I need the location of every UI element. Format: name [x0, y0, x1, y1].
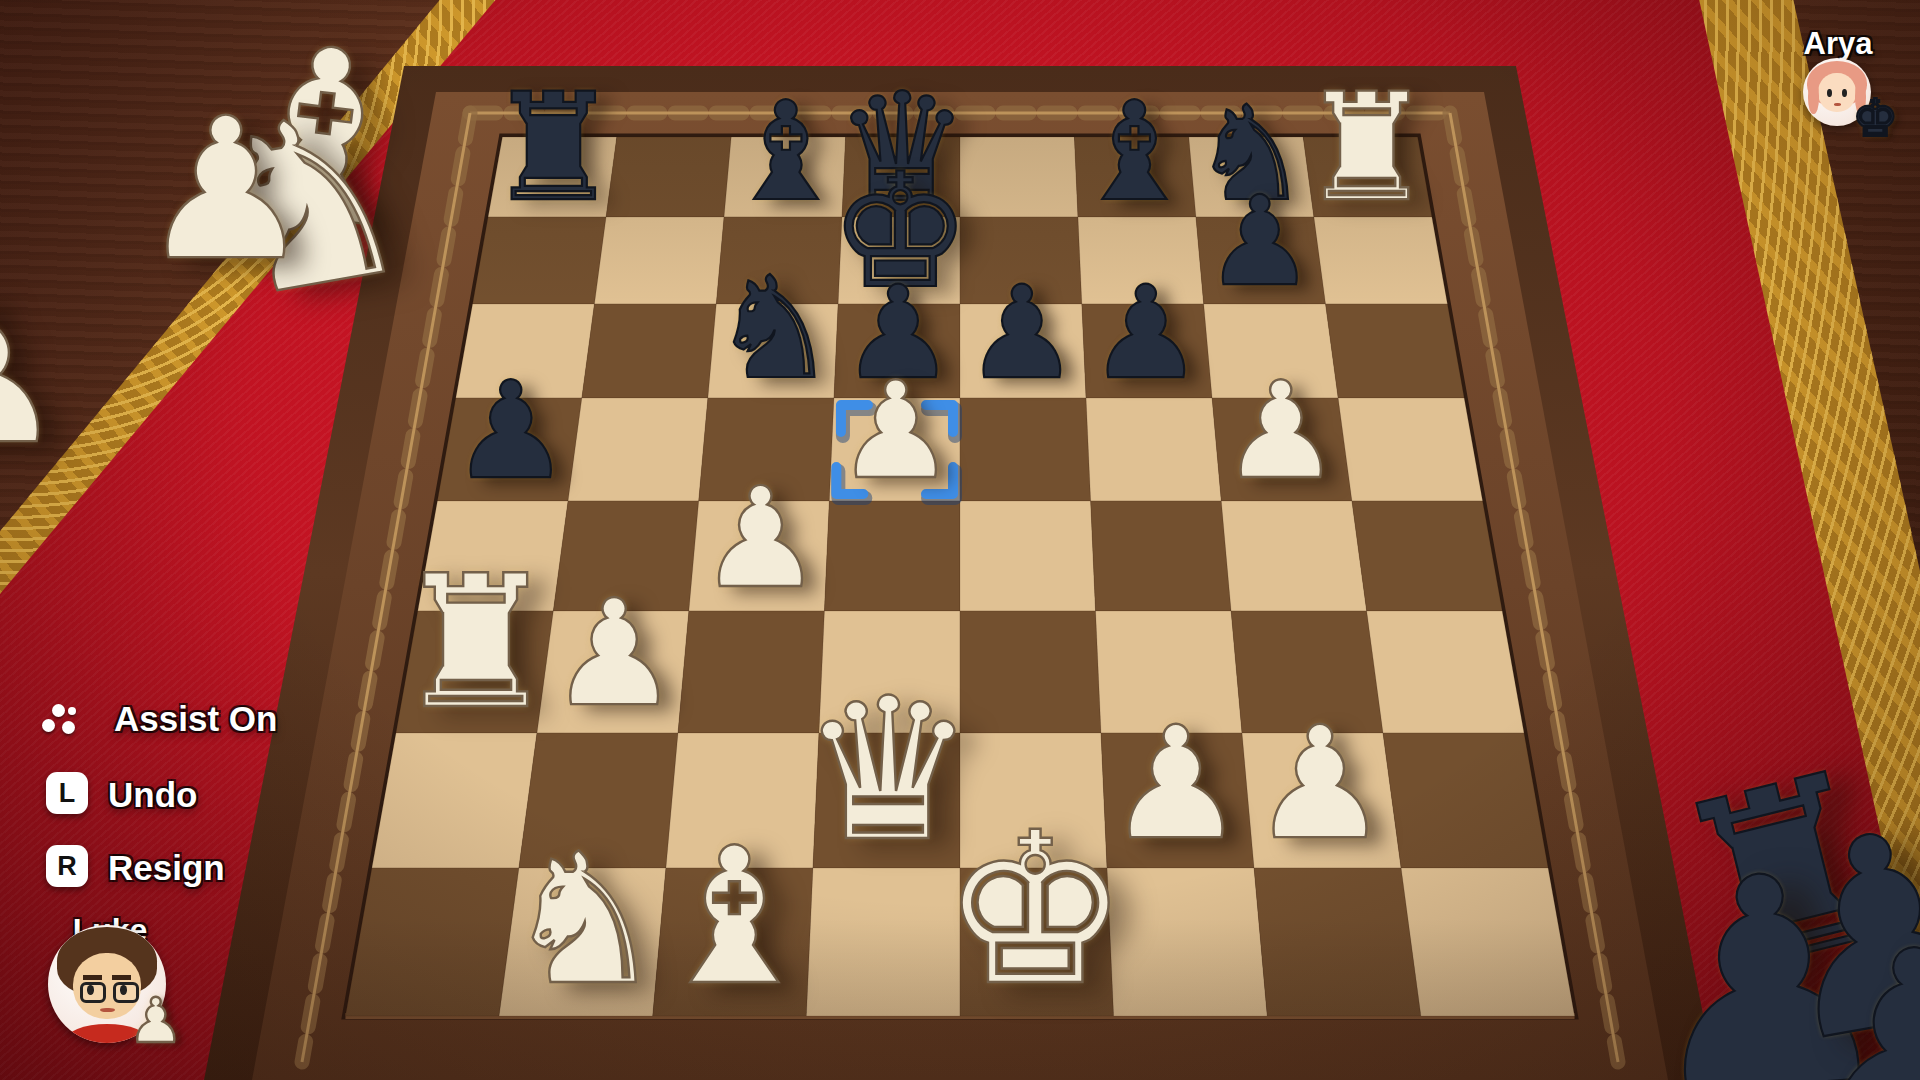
piece-white-pawn-d5[interactable]: ♟	[829, 364, 963, 498]
undo-label: Undo	[108, 775, 197, 815]
piece-black-rook-a8[interactable]: ♜	[479, 74, 628, 223]
piece-white-pawn-c4[interactable]: ♟	[691, 469, 830, 608]
L-button-badge[interactable]: L	[46, 772, 88, 814]
piece-white-pawn-g5[interactable]: ♟	[1214, 364, 1348, 498]
white-pawn-icon: ♟	[128, 990, 184, 1052]
piece-black-pawn-a5[interactable]: ♟	[444, 364, 578, 498]
piece-black-pawn[interactable]: ♟	[1784, 917, 1920, 1080]
piece-black-pawn-f6[interactable]: ♟	[1082, 269, 1210, 397]
piece-white-pawn[interactable]: ♟	[0, 272, 78, 472]
piece-white-pawn[interactable]: ♟	[129, 92, 324, 287]
piece-white-pawn-b3[interactable]: ♟	[541, 581, 688, 728]
piece-black-knight-c6[interactable]: ♞	[704, 258, 845, 399]
game-scene: ♜♝♛♝♞♜♚♟♞♟♟♟♟♟♟♟♜♟♛♟♟♞♝♚ ♝♞♟♟♜♟♟♟ Assist…	[0, 0, 1920, 1080]
black-king-icon: ♚	[1852, 92, 1899, 144]
piece-white-bishop-c1[interactable]: ♝	[640, 823, 828, 1011]
piece-black-pawn-g7[interactable]: ♟	[1198, 180, 1321, 303]
resign-label: Resign	[108, 848, 225, 888]
piece-white-king-e1[interactable]: ♚	[930, 805, 1140, 1015]
piece-white-pawn-g2[interactable]: ♟	[1242, 706, 1397, 861]
assist-label: Assist On	[114, 699, 277, 739]
assist-icon	[52, 704, 65, 717]
piece-black-pawn-e6[interactable]: ♟	[958, 269, 1086, 397]
R-button-badge[interactable]: R	[46, 845, 88, 887]
piece-black-bishop-f8[interactable]: ♝	[1066, 84, 1203, 221]
player-black-name: Arya	[1790, 26, 1886, 62]
